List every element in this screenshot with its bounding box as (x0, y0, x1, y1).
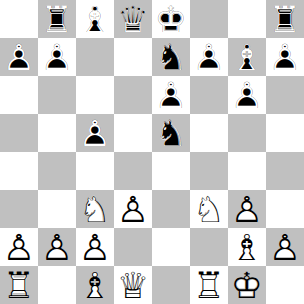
piece-glyph-outline: ♙ (38, 38, 76, 76)
piece-glyph-outline: ♖ (266, 0, 304, 38)
square-h3[interactable] (266, 190, 304, 228)
piece-glyph-fill: ♟ (0, 38, 38, 76)
piece-glyph-outline: ♗ (76, 266, 114, 304)
piece-black-bishop[interactable]: ♝♗ (76, 0, 114, 38)
piece-white-pawn[interactable]: ♟♙ (228, 190, 266, 228)
piece-black-rook[interactable]: ♜♖ (266, 0, 304, 38)
piece-glyph-outline: ♗ (76, 0, 114, 38)
piece-white-pawn[interactable]: ♟♙ (38, 228, 76, 266)
square-g4[interactable] (228, 152, 266, 190)
square-b5[interactable] (38, 114, 76, 152)
square-d6[interactable] (114, 76, 152, 114)
piece-black-pawn[interactable]: ♟♙ (38, 38, 76, 76)
square-b4[interactable] (38, 152, 76, 190)
piece-black-pawn[interactable]: ♟♙ (0, 38, 38, 76)
square-a2[interactable]: ♟♙ (0, 228, 38, 266)
square-b6[interactable] (38, 76, 76, 114)
square-f5[interactable] (190, 114, 228, 152)
square-d1[interactable]: ♛♕ (114, 266, 152, 304)
piece-glyph-fill: ♞ (152, 38, 190, 76)
piece-white-pawn[interactable]: ♟♙ (0, 228, 38, 266)
piece-glyph-outline: ♙ (190, 38, 228, 76)
piece-white-rook[interactable]: ♜♖ (190, 266, 228, 304)
square-d8[interactable]: ♛♕ (114, 0, 152, 38)
piece-glyph-fill: ♟ (114, 190, 152, 228)
piece-glyph-outline: ♙ (152, 76, 190, 114)
piece-glyph-outline: ♖ (38, 0, 76, 38)
square-g5[interactable] (228, 114, 266, 152)
square-h1[interactable] (266, 266, 304, 304)
square-g3[interactable]: ♟♙ (228, 190, 266, 228)
square-d7[interactable] (114, 38, 152, 76)
square-c8[interactable]: ♝♗ (76, 0, 114, 38)
piece-glyph-outline: ♙ (228, 76, 266, 114)
piece-white-rook[interactable]: ♜♖ (0, 266, 38, 304)
square-h7[interactable]: ♟♙ (266, 38, 304, 76)
piece-glyph-fill: ♟ (266, 228, 304, 266)
square-g7[interactable]: ♝♗ (228, 38, 266, 76)
square-e7[interactable]: ♞♘ (152, 38, 190, 76)
piece-glyph-outline: ♙ (38, 228, 76, 266)
piece-glyph-fill: ♟ (152, 76, 190, 114)
square-c7[interactable] (76, 38, 114, 76)
square-c3[interactable]: ♞♘ (76, 190, 114, 228)
square-e8[interactable]: ♚♔ (152, 0, 190, 38)
square-e1[interactable] (152, 266, 190, 304)
piece-glyph-fill: ♝ (76, 0, 114, 38)
piece-glyph-fill: ♟ (38, 38, 76, 76)
piece-glyph-fill: ♛ (114, 0, 152, 38)
piece-white-pawn[interactable]: ♟♙ (114, 190, 152, 228)
square-f3[interactable]: ♞♘ (190, 190, 228, 228)
square-f8[interactable] (190, 0, 228, 38)
square-d3[interactable]: ♟♙ (114, 190, 152, 228)
piece-glyph-outline: ♗ (228, 38, 266, 76)
square-f4[interactable] (190, 152, 228, 190)
square-g1[interactable]: ♚♔ (228, 266, 266, 304)
square-a7[interactable]: ♟♙ (0, 38, 38, 76)
piece-glyph-outline: ♖ (190, 266, 228, 304)
square-c6[interactable] (76, 76, 114, 114)
piece-white-knight[interactable]: ♞♘ (190, 190, 228, 228)
square-a3[interactable] (0, 190, 38, 228)
square-d4[interactable] (114, 152, 152, 190)
piece-white-knight[interactable]: ♞♘ (76, 190, 114, 228)
square-b3[interactable] (38, 190, 76, 228)
piece-glyph-fill: ♞ (152, 114, 190, 152)
piece-glyph-fill: ♞ (76, 190, 114, 228)
piece-white-pawn[interactable]: ♟♙ (266, 228, 304, 266)
square-h5[interactable] (266, 114, 304, 152)
square-a8[interactable] (0, 0, 38, 38)
piece-glyph-outline: ♙ (0, 228, 38, 266)
piece-glyph-fill: ♝ (76, 266, 114, 304)
piece-glyph-outline: ♔ (152, 0, 190, 38)
square-f6[interactable] (190, 76, 228, 114)
piece-white-king[interactable]: ♚♔ (228, 266, 266, 304)
piece-white-bishop[interactable]: ♝♗ (228, 228, 266, 266)
piece-glyph-outline: ♙ (266, 228, 304, 266)
square-a4[interactable] (0, 152, 38, 190)
square-a1[interactable]: ♜♖ (0, 266, 38, 304)
piece-white-bishop[interactable]: ♝♗ (76, 266, 114, 304)
square-c5[interactable]: ♟♙ (76, 114, 114, 152)
piece-black-knight[interactable]: ♞♘ (152, 114, 190, 152)
square-e4[interactable] (152, 152, 190, 190)
piece-glyph-fill: ♝ (228, 38, 266, 76)
square-f1[interactable]: ♜♖ (190, 266, 228, 304)
piece-glyph-outline: ♙ (76, 228, 114, 266)
piece-glyph-fill: ♝ (228, 228, 266, 266)
square-a5[interactable] (0, 114, 38, 152)
piece-white-queen[interactable]: ♛♕ (114, 266, 152, 304)
piece-glyph-fill: ♟ (76, 228, 114, 266)
piece-glyph-fill: ♛ (114, 266, 152, 304)
square-b7[interactable]: ♟♙ (38, 38, 76, 76)
square-c4[interactable] (76, 152, 114, 190)
piece-black-pawn[interactable]: ♟♙ (190, 38, 228, 76)
piece-glyph-fill: ♜ (266, 0, 304, 38)
square-b2[interactable]: ♟♙ (38, 228, 76, 266)
piece-glyph-outline: ♘ (190, 190, 228, 228)
square-h4[interactable] (266, 152, 304, 190)
piece-glyph-outline: ♙ (228, 190, 266, 228)
square-d5[interactable] (114, 114, 152, 152)
square-e3[interactable] (152, 190, 190, 228)
piece-glyph-outline: ♙ (76, 114, 114, 152)
piece-glyph-fill: ♚ (152, 0, 190, 38)
piece-glyph-fill: ♜ (38, 0, 76, 38)
piece-glyph-outline: ♙ (114, 190, 152, 228)
square-c2[interactable]: ♟♙ (76, 228, 114, 266)
piece-glyph-outline: ♙ (266, 38, 304, 76)
piece-glyph-fill: ♚ (228, 266, 266, 304)
piece-black-pawn[interactable]: ♟♙ (76, 114, 114, 152)
piece-glyph-fill: ♟ (76, 114, 114, 152)
piece-black-pawn[interactable]: ♟♙ (152, 76, 190, 114)
square-a6[interactable] (0, 76, 38, 114)
piece-black-pawn[interactable]: ♟♙ (266, 38, 304, 76)
piece-glyph-outline: ♖ (0, 266, 38, 304)
piece-glyph-outline: ♘ (152, 38, 190, 76)
chess-board: ♜♖♝♗♛♕♚♔♜♖♟♙♟♙♞♘♟♙♝♗♟♙♟♙♟♙♟♙♞♘♞♘♟♙♞♘♟♙♟♙… (0, 0, 304, 304)
square-e5[interactable]: ♞♘ (152, 114, 190, 152)
square-e6[interactable]: ♟♙ (152, 76, 190, 114)
square-h2[interactable]: ♟♙ (266, 228, 304, 266)
piece-black-knight[interactable]: ♞♘ (152, 38, 190, 76)
square-e2[interactable] (152, 228, 190, 266)
square-b1[interactable] (38, 266, 76, 304)
piece-black-queen[interactable]: ♛♕ (114, 0, 152, 38)
piece-glyph-fill: ♟ (228, 76, 266, 114)
square-h6[interactable] (266, 76, 304, 114)
piece-glyph-outline: ♗ (228, 228, 266, 266)
piece-glyph-fill: ♜ (190, 266, 228, 304)
piece-glyph-fill: ♟ (38, 228, 76, 266)
square-g8[interactable] (228, 0, 266, 38)
piece-glyph-fill: ♟ (266, 38, 304, 76)
square-h8[interactable]: ♜♖ (266, 0, 304, 38)
piece-glyph-outline: ♕ (114, 0, 152, 38)
square-g6[interactable]: ♟♙ (228, 76, 266, 114)
piece-glyph-fill: ♟ (190, 38, 228, 76)
piece-black-pawn[interactable]: ♟♙ (228, 76, 266, 114)
piece-glyph-fill: ♟ (0, 228, 38, 266)
square-d2[interactable] (114, 228, 152, 266)
square-b8[interactable]: ♜♖ (38, 0, 76, 38)
square-c1[interactable]: ♝♗ (76, 266, 114, 304)
piece-white-pawn[interactable]: ♟♙ (76, 228, 114, 266)
square-f2[interactable] (190, 228, 228, 266)
piece-glyph-outline: ♔ (228, 266, 266, 304)
piece-black-king[interactable]: ♚♔ (152, 0, 190, 38)
piece-glyph-outline: ♙ (0, 38, 38, 76)
piece-black-rook[interactable]: ♜♖ (38, 0, 76, 38)
piece-glyph-outline: ♕ (114, 266, 152, 304)
piece-glyph-outline: ♘ (152, 114, 190, 152)
piece-black-bishop[interactable]: ♝♗ (228, 38, 266, 76)
square-g2[interactable]: ♝♗ (228, 228, 266, 266)
square-f7[interactable]: ♟♙ (190, 38, 228, 76)
piece-glyph-outline: ♘ (76, 190, 114, 228)
piece-glyph-fill: ♜ (0, 266, 38, 304)
piece-glyph-fill: ♞ (190, 190, 228, 228)
piece-glyph-fill: ♟ (228, 190, 266, 228)
